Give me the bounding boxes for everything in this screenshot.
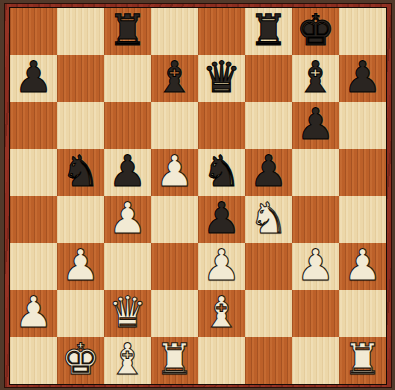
white-pawn-g3[interactable]: ♟: [296, 242, 335, 289]
black-pawn-f5[interactable]: ♟: [249, 148, 288, 195]
square-f4[interactable]: ♞: [245, 196, 292, 243]
square-c3[interactable]: [104, 243, 151, 290]
white-pawn-d5[interactable]: ♟: [155, 148, 194, 195]
square-e1[interactable]: [198, 337, 245, 384]
square-a3[interactable]: [10, 243, 57, 290]
square-a2[interactable]: ♟: [10, 290, 57, 337]
black-queen-e7[interactable]: ♛: [202, 54, 241, 101]
square-f7[interactable]: [245, 55, 292, 102]
square-d1[interactable]: ♜: [151, 337, 198, 384]
black-rook-f8[interactable]: ♜: [249, 7, 288, 54]
square-b4[interactable]: [57, 196, 104, 243]
square-e6[interactable]: [198, 102, 245, 149]
square-c6[interactable]: [104, 102, 151, 149]
square-e2[interactable]: ♝: [198, 290, 245, 337]
square-d5[interactable]: ♟: [151, 149, 198, 196]
square-b5[interactable]: ♞: [57, 149, 104, 196]
square-c2[interactable]: ♛: [104, 290, 151, 337]
square-h8[interactable]: [339, 8, 386, 55]
black-knight-e5[interactable]: ♞: [202, 148, 241, 195]
square-f8[interactable]: ♜: [245, 8, 292, 55]
black-bishop-g7[interactable]: ♝: [296, 54, 335, 101]
chess-board: ♜♜♚♟♝♛♝♟♟♞♟♟♞♟♟♟♞♟♟♟♟♟♛♝♚♝♜♜: [9, 7, 387, 385]
square-g6[interactable]: ♟: [292, 102, 339, 149]
square-f1[interactable]: [245, 337, 292, 384]
square-d4[interactable]: [151, 196, 198, 243]
square-f3[interactable]: [245, 243, 292, 290]
square-h3[interactable]: ♟: [339, 243, 386, 290]
black-pawn-a7[interactable]: ♟: [14, 54, 53, 101]
square-h7[interactable]: ♟: [339, 55, 386, 102]
square-h1[interactable]: ♜: [339, 337, 386, 384]
square-h5[interactable]: [339, 149, 386, 196]
white-rook-h1[interactable]: ♜: [343, 336, 382, 383]
black-rook-c8[interactable]: ♜: [108, 7, 147, 54]
white-pawn-a2[interactable]: ♟: [14, 289, 53, 336]
square-g3[interactable]: ♟: [292, 243, 339, 290]
black-bishop-d7[interactable]: ♝: [155, 54, 194, 101]
square-a4[interactable]: [10, 196, 57, 243]
square-a7[interactable]: ♟: [10, 55, 57, 102]
black-pawn-g6[interactable]: ♟: [296, 101, 335, 148]
white-king-b1[interactable]: ♚: [61, 336, 100, 383]
square-e7[interactable]: ♛: [198, 55, 245, 102]
square-b2[interactable]: [57, 290, 104, 337]
square-g2[interactable]: [292, 290, 339, 337]
square-f6[interactable]: [245, 102, 292, 149]
square-b3[interactable]: ♟: [57, 243, 104, 290]
white-pawn-h3[interactable]: ♟: [343, 242, 382, 289]
square-a6[interactable]: [10, 102, 57, 149]
square-c1[interactable]: ♝: [104, 337, 151, 384]
white-bishop-e2[interactable]: ♝: [202, 289, 241, 336]
black-pawn-h7[interactable]: ♟: [343, 54, 382, 101]
square-d8[interactable]: [151, 8, 198, 55]
square-g8[interactable]: ♚: [292, 8, 339, 55]
square-f2[interactable]: [245, 290, 292, 337]
square-b7[interactable]: [57, 55, 104, 102]
black-knight-b5[interactable]: ♞: [61, 148, 100, 195]
square-e5[interactable]: ♞: [198, 149, 245, 196]
square-f5[interactable]: ♟: [245, 149, 292, 196]
square-a5[interactable]: [10, 149, 57, 196]
square-c8[interactable]: ♜: [104, 8, 151, 55]
black-pawn-e4[interactable]: ♟: [202, 195, 241, 242]
square-g5[interactable]: [292, 149, 339, 196]
white-queen-c2[interactable]: ♛: [108, 289, 147, 336]
square-h6[interactable]: [339, 102, 386, 149]
square-c4[interactable]: ♟: [104, 196, 151, 243]
square-e8[interactable]: [198, 8, 245, 55]
square-a8[interactable]: [10, 8, 57, 55]
board-frame: ♜♜♚♟♝♛♝♟♟♞♟♟♞♟♟♟♞♟♟♟♟♟♛♝♚♝♜♜: [4, 3, 392, 388]
square-b8[interactable]: [57, 8, 104, 55]
white-rook-d1[interactable]: ♜: [155, 336, 194, 383]
white-pawn-e3[interactable]: ♟: [202, 242, 241, 289]
square-d7[interactable]: ♝: [151, 55, 198, 102]
square-g7[interactable]: ♝: [292, 55, 339, 102]
white-bishop-c1[interactable]: ♝: [108, 336, 147, 383]
white-knight-f4[interactable]: ♞: [249, 195, 288, 242]
black-pawn-c5[interactable]: ♟: [108, 148, 147, 195]
square-c5[interactable]: ♟: [104, 149, 151, 196]
square-b1[interactable]: ♚: [57, 337, 104, 384]
square-h2[interactable]: [339, 290, 386, 337]
square-e3[interactable]: ♟: [198, 243, 245, 290]
white-pawn-b3[interactable]: ♟: [61, 242, 100, 289]
square-d3[interactable]: [151, 243, 198, 290]
square-a1[interactable]: [10, 337, 57, 384]
square-b6[interactable]: [57, 102, 104, 149]
square-c7[interactable]: [104, 55, 151, 102]
white-pawn-c4[interactable]: ♟: [108, 195, 147, 242]
black-king-g8[interactable]: ♚: [296, 7, 335, 54]
square-g4[interactable]: [292, 196, 339, 243]
square-e4[interactable]: ♟: [198, 196, 245, 243]
square-d2[interactable]: [151, 290, 198, 337]
square-g1[interactable]: [292, 337, 339, 384]
square-d6[interactable]: [151, 102, 198, 149]
chess-app-window: ♜♜♚♟♝♛♝♟♟♞♟♟♞♟♟♟♞♟♟♟♟♟♛♝♚♝♜♜: [0, 0, 395, 390]
square-h4[interactable]: [339, 196, 386, 243]
